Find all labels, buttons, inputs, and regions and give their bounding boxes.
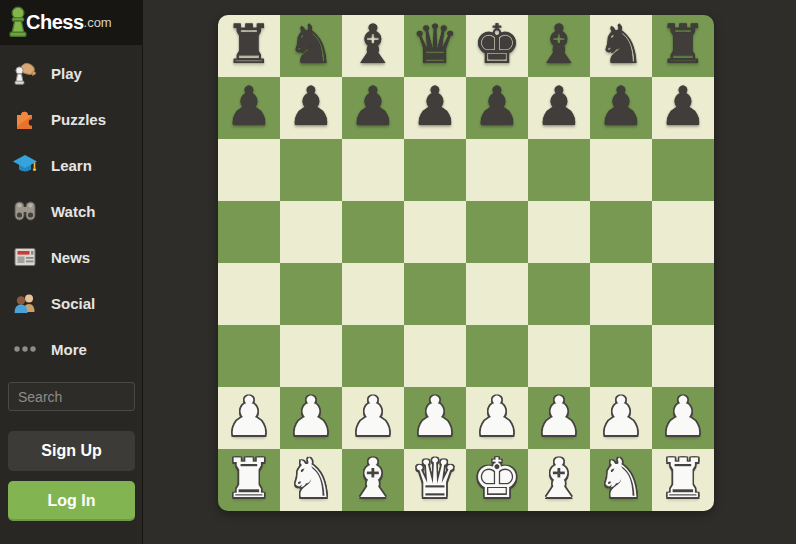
square-c4[interactable] bbox=[342, 263, 404, 325]
white-pawn: ♟ bbox=[411, 390, 459, 444]
sidebar-item-label: Puzzles bbox=[51, 111, 106, 128]
black-rook: ♜ bbox=[659, 18, 707, 72]
square-b8[interactable]: ♞ bbox=[280, 15, 342, 77]
square-a7[interactable]: ♟ bbox=[218, 77, 280, 139]
white-king: ♚ bbox=[473, 452, 521, 506]
square-g8[interactable]: ♞ bbox=[590, 15, 652, 77]
white-pawn: ♟ bbox=[349, 390, 397, 444]
square-e1[interactable]: ♚ bbox=[466, 449, 528, 511]
square-f4[interactable] bbox=[528, 263, 590, 325]
square-f1[interactable]: ♝ bbox=[528, 449, 590, 511]
square-f2[interactable]: ♟ bbox=[528, 387, 590, 449]
square-b7[interactable]: ♟ bbox=[280, 77, 342, 139]
square-b1[interactable]: ♞ bbox=[280, 449, 342, 511]
square-h3[interactable] bbox=[652, 325, 714, 387]
puzzle-piece-icon bbox=[12, 106, 38, 132]
square-d4[interactable] bbox=[404, 263, 466, 325]
white-pawn: ♟ bbox=[287, 390, 335, 444]
ellipsis-icon bbox=[12, 336, 38, 362]
square-e5[interactable] bbox=[466, 201, 528, 263]
square-d3[interactable] bbox=[404, 325, 466, 387]
square-f8[interactable]: ♝ bbox=[528, 15, 590, 77]
square-d6[interactable] bbox=[404, 139, 466, 201]
white-bishop: ♝ bbox=[535, 452, 583, 506]
sign-up-button[interactable]: Sign Up bbox=[8, 431, 135, 471]
square-h6[interactable] bbox=[652, 139, 714, 201]
sidebar-item-learn[interactable]: Learn bbox=[0, 142, 143, 188]
square-g7[interactable]: ♟ bbox=[590, 77, 652, 139]
sidebar-item-label: Play bbox=[51, 65, 82, 82]
black-knight: ♞ bbox=[597, 18, 645, 72]
square-f6[interactable] bbox=[528, 139, 590, 201]
square-a1[interactable]: ♜ bbox=[218, 449, 280, 511]
square-c1[interactable]: ♝ bbox=[342, 449, 404, 511]
square-g5[interactable] bbox=[590, 201, 652, 263]
black-pawn: ♟ bbox=[349, 80, 397, 134]
square-b2[interactable]: ♟ bbox=[280, 387, 342, 449]
square-b4[interactable] bbox=[280, 263, 342, 325]
square-a3[interactable] bbox=[218, 325, 280, 387]
square-h2[interactable]: ♟ bbox=[652, 387, 714, 449]
square-g2[interactable]: ♟ bbox=[590, 387, 652, 449]
square-e2[interactable]: ♟ bbox=[466, 387, 528, 449]
app-window: Chess.com Play bbox=[0, 0, 796, 544]
logo-text: Chess bbox=[26, 11, 84, 34]
square-a8[interactable]: ♜ bbox=[218, 15, 280, 77]
square-a2[interactable]: ♟ bbox=[218, 387, 280, 449]
square-b5[interactable] bbox=[280, 201, 342, 263]
search-input[interactable] bbox=[8, 382, 135, 411]
square-d1[interactable]: ♛ bbox=[404, 449, 466, 511]
white-rook: ♜ bbox=[659, 452, 707, 506]
square-g3[interactable] bbox=[590, 325, 652, 387]
white-pawn: ♟ bbox=[225, 390, 273, 444]
black-pawn: ♟ bbox=[411, 80, 459, 134]
white-bishop: ♝ bbox=[349, 452, 397, 506]
white-rook: ♜ bbox=[225, 452, 273, 506]
black-pawn: ♟ bbox=[535, 80, 583, 134]
square-e4[interactable] bbox=[466, 263, 528, 325]
square-a6[interactable] bbox=[218, 139, 280, 201]
square-c2[interactable]: ♟ bbox=[342, 387, 404, 449]
square-e8[interactable]: ♚ bbox=[466, 15, 528, 77]
black-rook: ♜ bbox=[225, 18, 273, 72]
square-c3[interactable] bbox=[342, 325, 404, 387]
square-d5[interactable] bbox=[404, 201, 466, 263]
square-h5[interactable] bbox=[652, 201, 714, 263]
black-bishop: ♝ bbox=[535, 18, 583, 72]
sidebar-item-label: News bbox=[51, 249, 90, 266]
square-d8[interactable]: ♛ bbox=[404, 15, 466, 77]
black-knight: ♞ bbox=[287, 18, 335, 72]
square-h1[interactable]: ♜ bbox=[652, 449, 714, 511]
square-g4[interactable] bbox=[590, 263, 652, 325]
black-bishop: ♝ bbox=[349, 18, 397, 72]
square-c5[interactable] bbox=[342, 201, 404, 263]
black-pawn: ♟ bbox=[597, 80, 645, 134]
logo-suffix: .com bbox=[84, 15, 112, 30]
graduation-cap-icon bbox=[12, 152, 38, 178]
square-d7[interactable]: ♟ bbox=[404, 77, 466, 139]
logo[interactable]: Chess.com bbox=[0, 0, 143, 45]
white-knight: ♞ bbox=[597, 452, 645, 506]
white-queen: ♛ bbox=[411, 452, 459, 506]
black-king: ♚ bbox=[473, 18, 521, 72]
black-pawn: ♟ bbox=[287, 80, 335, 134]
white-pawn: ♟ bbox=[597, 390, 645, 444]
white-pawn: ♟ bbox=[473, 390, 521, 444]
chess-board: ♜♞♝♛♚♝♞♜♟♟♟♟♟♟♟♟♟♟♟♟♟♟♟♟♜♞♝♛♚♝♞♜ bbox=[218, 15, 714, 511]
square-c6[interactable] bbox=[342, 139, 404, 201]
sidebar-item-news[interactable]: News bbox=[0, 234, 143, 280]
black-pawn: ♟ bbox=[473, 80, 521, 134]
square-b3[interactable] bbox=[280, 325, 342, 387]
white-knight: ♞ bbox=[287, 452, 335, 506]
sidebar-item-label: More bbox=[51, 341, 87, 358]
people-icon bbox=[12, 290, 38, 316]
square-f5[interactable] bbox=[528, 201, 590, 263]
sidebar-item-label: Learn bbox=[51, 157, 92, 174]
square-h4[interactable] bbox=[652, 263, 714, 325]
square-c8[interactable]: ♝ bbox=[342, 15, 404, 77]
square-b6[interactable] bbox=[280, 139, 342, 201]
square-h7[interactable]: ♟ bbox=[652, 77, 714, 139]
square-d2[interactable]: ♟ bbox=[404, 387, 466, 449]
sidebar: Chess.com Play bbox=[0, 0, 143, 544]
sidebar-item-social[interactable]: Social bbox=[0, 280, 143, 326]
sidebar-menu: Play Puzzles bbox=[0, 50, 143, 372]
square-e3[interactable] bbox=[466, 325, 528, 387]
square-e6[interactable] bbox=[466, 139, 528, 201]
square-a4[interactable] bbox=[218, 263, 280, 325]
square-a5[interactable] bbox=[218, 201, 280, 263]
sidebar-item-watch[interactable]: Watch bbox=[0, 188, 143, 234]
newspaper-icon bbox=[12, 244, 38, 270]
square-f7[interactable]: ♟ bbox=[528, 77, 590, 139]
black-pawn: ♟ bbox=[225, 80, 273, 134]
square-e7[interactable]: ♟ bbox=[466, 77, 528, 139]
sidebar-item-play[interactable]: Play bbox=[0, 50, 143, 96]
white-pawn: ♟ bbox=[535, 390, 583, 444]
sidebar-item-puzzles[interactable]: Puzzles bbox=[0, 96, 143, 142]
log-in-button[interactable]: Log In bbox=[8, 481, 135, 521]
square-c7[interactable]: ♟ bbox=[342, 77, 404, 139]
white-pawn: ♟ bbox=[659, 390, 707, 444]
sidebar-item-label: Watch bbox=[51, 203, 95, 220]
black-pawn: ♟ bbox=[659, 80, 707, 134]
square-h8[interactable]: ♜ bbox=[652, 15, 714, 77]
black-queen: ♛ bbox=[411, 18, 459, 72]
binoculars-icon bbox=[12, 198, 38, 224]
hand-pawn-icon bbox=[12, 60, 38, 86]
square-g1[interactable]: ♞ bbox=[590, 449, 652, 511]
square-g6[interactable] bbox=[590, 139, 652, 201]
sidebar-item-more[interactable]: More bbox=[0, 326, 143, 372]
square-f3[interactable] bbox=[528, 325, 590, 387]
sidebar-item-label: Social bbox=[51, 295, 95, 312]
